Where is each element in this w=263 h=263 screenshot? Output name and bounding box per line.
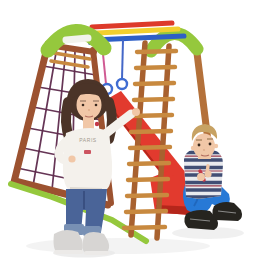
girl-nose xyxy=(88,109,90,111)
girl-sneaker-sole xyxy=(84,251,109,255)
play-gym-scene: PARIS xyxy=(0,0,263,263)
ladder-rung xyxy=(130,147,170,148)
boy-hand xyxy=(197,173,205,181)
ladder-rung xyxy=(133,115,172,116)
boy-nose xyxy=(203,149,205,151)
ladder-rung xyxy=(127,195,167,196)
boy-eye xyxy=(209,143,212,146)
ladder-rung xyxy=(128,179,168,180)
girl-sweater-badge xyxy=(84,150,91,154)
girl-sweater-text: PARIS xyxy=(79,137,97,143)
ladder-rung xyxy=(126,211,166,212)
girl-sneaker xyxy=(54,230,83,253)
ladder-rung xyxy=(131,131,171,132)
ladder-rung xyxy=(124,227,165,228)
boy-face xyxy=(193,134,215,159)
ladder-rung xyxy=(136,67,175,68)
girl-sweater-hem xyxy=(70,188,102,189)
ring-strap-blue xyxy=(122,40,123,79)
product-photo: PARIS xyxy=(0,0,263,263)
ladder-rung xyxy=(137,51,176,52)
girl-right-hand xyxy=(68,155,75,162)
girl-sweater-patch xyxy=(95,122,99,126)
girl-left-hand xyxy=(132,108,140,116)
ladder-rung xyxy=(129,163,169,164)
girl-sneaker-sole xyxy=(54,250,83,254)
arch-handle-slot xyxy=(66,38,88,40)
girl-eye xyxy=(95,104,98,107)
ladder-rung xyxy=(135,83,174,84)
boy-eye xyxy=(198,144,201,147)
girl-eye xyxy=(82,104,85,107)
ladder-rung xyxy=(134,99,173,100)
